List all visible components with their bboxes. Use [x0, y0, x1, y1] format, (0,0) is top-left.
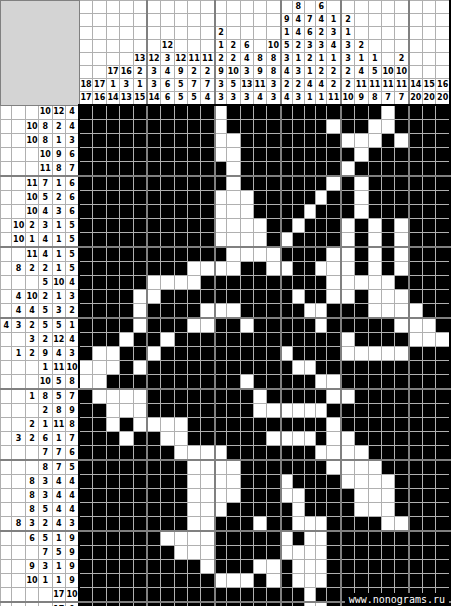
nonogram-cell-r1-c1[interactable] — [79, 105, 93, 120]
nonogram-cell-r10-c23[interactable] — [368, 233, 381, 248]
nonogram-cell-r19-c28[interactable] — [436, 361, 450, 375]
nonogram-cell-r22-c5[interactable] — [133, 404, 147, 418]
nonogram-cell-r17-c12[interactable] — [227, 333, 240, 347]
nonogram-cell-r4-c11[interactable] — [215, 148, 227, 162]
nonogram-cell-r21-c9[interactable] — [187, 389, 200, 404]
nonogram-cell-r19-c13[interactable] — [240, 361, 253, 375]
nonogram-cell-r4-c24[interactable] — [381, 148, 394, 162]
nonogram-cell-r4-c15[interactable] — [267, 148, 281, 162]
nonogram-cell-r23-c18[interactable] — [304, 418, 315, 432]
nonogram-cell-r9-c2[interactable] — [93, 219, 106, 233]
nonogram-cell-r7-c11[interactable] — [215, 191, 227, 205]
nonogram-cell-r12-c1[interactable] — [79, 262, 93, 276]
nonogram-cell-r30-c18[interactable] — [304, 517, 315, 532]
nonogram-cell-r9-c7[interactable] — [161, 219, 174, 233]
nonogram-cell-r27-c26[interactable] — [409, 475, 423, 489]
nonogram-cell-r18-c27[interactable] — [422, 347, 435, 361]
nonogram-cell-r19-c23[interactable] — [368, 361, 381, 375]
nonogram-cell-r23-c15[interactable] — [267, 418, 281, 432]
nonogram-cell-r12-c18[interactable] — [304, 262, 315, 276]
nonogram-cell-r18-c25[interactable] — [395, 347, 409, 361]
nonogram-cell-r13-c22[interactable] — [355, 276, 368, 290]
nonogram-cell-r16-c2[interactable] — [93, 318, 106, 333]
nonogram-cell-r23-c24[interactable] — [381, 418, 394, 432]
nonogram-cell-r13-c1[interactable] — [79, 276, 93, 290]
nonogram-cell-r8-c23[interactable] — [368, 205, 381, 219]
nonogram-cell-r34-c8[interactable] — [174, 574, 187, 588]
nonogram-cell-r27-c23[interactable] — [368, 475, 381, 489]
nonogram-cell-r8-c18[interactable] — [304, 205, 315, 219]
nonogram-cell-r1-c26[interactable] — [409, 105, 423, 120]
nonogram-cell-r22-c16[interactable] — [281, 404, 293, 418]
nonogram-cell-r31-c7[interactable] — [161, 531, 174, 546]
nonogram-cell-r33-c14[interactable] — [253, 560, 266, 574]
nonogram-cell-r9-c4[interactable] — [120, 219, 133, 233]
nonogram-cell-r29-c24[interactable] — [381, 503, 394, 517]
nonogram-cell-r24-c22[interactable] — [355, 432, 368, 446]
nonogram-cell-r23-c1[interactable] — [79, 418, 93, 432]
nonogram-cell-r2-c16[interactable] — [281, 120, 293, 134]
nonogram-cell-r13-c13[interactable] — [240, 276, 253, 290]
nonogram-cell-r16-c5[interactable] — [133, 318, 147, 333]
nonogram-cell-r22-c25[interactable] — [395, 404, 409, 418]
nonogram-cell-r17-c25[interactable] — [395, 333, 409, 347]
nonogram-cell-r28-c20[interactable] — [327, 489, 341, 503]
nonogram-cell-r6-c5[interactable] — [133, 176, 147, 191]
nonogram-cell-r3-c5[interactable] — [133, 134, 147, 148]
nonogram-cell-r4-c20[interactable] — [327, 148, 341, 162]
nonogram-cell-r10-c12[interactable] — [227, 233, 240, 248]
nonogram-cell-r29-c25[interactable] — [395, 503, 409, 517]
nonogram-cell-r34-c20[interactable] — [327, 574, 341, 588]
nonogram-cell-r36-c17[interactable] — [293, 602, 304, 606]
nonogram-cell-r28-c7[interactable] — [161, 489, 174, 503]
nonogram-cell-r34-c4[interactable] — [120, 574, 133, 588]
nonogram-cell-r20-c25[interactable] — [395, 375, 409, 390]
nonogram-cell-r20-c18[interactable] — [304, 375, 315, 390]
nonogram-cell-r21-c11[interactable] — [215, 389, 227, 404]
nonogram-cell-r29-c2[interactable] — [93, 503, 106, 517]
nonogram-cell-r10-c11[interactable] — [215, 233, 227, 248]
nonogram-cell-r15-c3[interactable] — [106, 304, 119, 319]
nonogram-cell-r33-c5[interactable] — [133, 560, 147, 574]
nonogram-cell-r10-c20[interactable] — [327, 233, 341, 248]
nonogram-cell-r26-c2[interactable] — [93, 460, 106, 475]
nonogram-cell-r35-c7[interactable] — [161, 588, 174, 603]
nonogram-cell-r17-c16[interactable] — [281, 333, 293, 347]
nonogram-cell-r4-c25[interactable] — [395, 148, 409, 162]
nonogram-cell-r11-c20[interactable] — [327, 247, 341, 262]
nonogram-cell-r21-c28[interactable] — [436, 389, 450, 404]
nonogram-cell-r6-c27[interactable] — [422, 176, 435, 191]
nonogram-cell-r6-c17[interactable] — [293, 176, 304, 191]
nonogram-cell-r23-c9[interactable] — [187, 418, 200, 432]
nonogram-cell-r28-c5[interactable] — [133, 489, 147, 503]
nonogram-cell-r6-c12[interactable] — [227, 176, 240, 191]
nonogram-cell-r4-c13[interactable] — [240, 148, 253, 162]
nonogram-cell-r36-c19[interactable] — [316, 602, 327, 606]
nonogram-cell-r33-c2[interactable] — [93, 560, 106, 574]
nonogram-cell-r3-c10[interactable] — [201, 134, 215, 148]
nonogram-cell-r19-c14[interactable] — [253, 361, 266, 375]
nonogram-cell-r25-c8[interactable] — [174, 446, 187, 461]
nonogram-cell-r2-c6[interactable] — [147, 120, 161, 134]
nonogram-cell-r3-c8[interactable] — [174, 134, 187, 148]
nonogram-cell-r27-c1[interactable] — [79, 475, 93, 489]
nonogram-cell-r17-c9[interactable] — [187, 333, 200, 347]
nonogram-cell-r2-c21[interactable] — [341, 120, 355, 134]
nonogram-cell-r3-c14[interactable] — [253, 134, 266, 148]
nonogram-cell-r2-c11[interactable] — [215, 120, 227, 134]
nonogram-cell-r19-c3[interactable] — [106, 361, 119, 375]
nonogram-cell-r10-c2[interactable] — [93, 233, 106, 248]
nonogram-cell-r16-c10[interactable] — [201, 318, 215, 333]
nonogram-cell-r10-c14[interactable] — [253, 233, 266, 248]
nonogram-cell-r28-c12[interactable] — [227, 489, 240, 503]
nonogram-cell-r15-c4[interactable] — [120, 304, 133, 319]
nonogram-cell-r30-c9[interactable] — [187, 517, 200, 532]
nonogram-cell-r30-c25[interactable] — [395, 517, 409, 532]
nonogram-cell-r32-c19[interactable] — [316, 546, 327, 560]
nonogram-cell-r8-c19[interactable] — [316, 205, 327, 219]
nonogram-cell-r36-c4[interactable] — [120, 602, 133, 606]
nonogram-cell-r4-c5[interactable] — [133, 148, 147, 162]
nonogram-cell-r24-c1[interactable] — [79, 432, 93, 446]
nonogram-cell-r24-c14[interactable] — [253, 432, 266, 446]
nonogram-cell-r6-c23[interactable] — [368, 176, 381, 191]
nonogram-cell-r20-c4[interactable] — [120, 375, 133, 390]
nonogram-cell-r4-c21[interactable] — [341, 148, 355, 162]
nonogram-cell-r26-c21[interactable] — [341, 460, 355, 475]
nonogram-cell-r11-c27[interactable] — [422, 247, 435, 262]
nonogram-cell-r32-c10[interactable] — [201, 546, 215, 560]
nonogram-cell-r8-c24[interactable] — [381, 205, 394, 219]
nonogram-cell-r24-c16[interactable] — [281, 432, 293, 446]
nonogram-cell-r32-c25[interactable] — [395, 546, 409, 560]
nonogram-cell-r23-c21[interactable] — [341, 418, 355, 432]
nonogram-cell-r22-c14[interactable] — [253, 404, 266, 418]
nonogram-cell-r26-c17[interactable] — [293, 460, 304, 475]
nonogram-cell-r5-c19[interactable] — [316, 162, 327, 177]
nonogram-cell-r5-c13[interactable] — [240, 162, 253, 177]
nonogram-cell-r20-c9[interactable] — [187, 375, 200, 390]
nonogram-cell-r9-c8[interactable] — [174, 219, 187, 233]
nonogram-cell-r13-c16[interactable] — [281, 276, 293, 290]
nonogram-cell-r9-c9[interactable] — [187, 219, 200, 233]
nonogram-cell-r2-c7[interactable] — [161, 120, 174, 134]
nonogram-cell-r20-c19[interactable] — [316, 375, 327, 390]
nonogram-cell-r29-c22[interactable] — [355, 503, 368, 517]
nonogram-cell-r8-c12[interactable] — [227, 205, 240, 219]
nonogram-cell-r18-c12[interactable] — [227, 347, 240, 361]
nonogram-cell-r25-c22[interactable] — [355, 446, 368, 461]
nonogram-cell-r28-c17[interactable] — [293, 489, 304, 503]
nonogram-cell-r30-c12[interactable] — [227, 517, 240, 532]
nonogram-cell-r9-c23[interactable] — [368, 219, 381, 233]
nonogram-cell-r21-c21[interactable] — [341, 389, 355, 404]
nonogram-cell-r12-c14[interactable] — [253, 262, 266, 276]
nonogram-cell-r23-c27[interactable] — [422, 418, 435, 432]
nonogram-cell-r25-c13[interactable] — [240, 446, 253, 461]
nonogram-cell-r34-c16[interactable] — [281, 574, 293, 588]
nonogram-cell-r31-c8[interactable] — [174, 531, 187, 546]
nonogram-cell-r16-c11[interactable] — [215, 318, 227, 333]
nonogram-cell-r17-c8[interactable] — [174, 333, 187, 347]
nonogram-cell-r33-c7[interactable] — [161, 560, 174, 574]
nonogram-cell-r15-c6[interactable] — [147, 304, 161, 319]
nonogram-cell-r19-c11[interactable] — [215, 361, 227, 375]
nonogram-cell-r17-c6[interactable] — [147, 333, 161, 347]
nonogram-cell-r32-c26[interactable] — [409, 546, 423, 560]
nonogram-cell-r23-c17[interactable] — [293, 418, 304, 432]
nonogram-cell-r32-c3[interactable] — [106, 546, 119, 560]
nonogram-cell-r22-c3[interactable] — [106, 404, 119, 418]
nonogram-cell-r30-c6[interactable] — [147, 517, 161, 532]
nonogram-cell-r4-c1[interactable] — [79, 148, 93, 162]
nonogram-cell-r23-c26[interactable] — [409, 418, 423, 432]
nonogram-cell-r13-c2[interactable] — [93, 276, 106, 290]
nonogram-cell-r20-c22[interactable] — [355, 375, 368, 390]
nonogram-cell-r30-c7[interactable] — [161, 517, 174, 532]
nonogram-cell-r16-c6[interactable] — [147, 318, 161, 333]
nonogram-cell-r27-c7[interactable] — [161, 475, 174, 489]
nonogram-cell-r15-c9[interactable] — [187, 304, 200, 319]
nonogram-cell-r23-c12[interactable] — [227, 418, 240, 432]
nonogram-cell-r7-c22[interactable] — [355, 191, 368, 205]
nonogram-cell-r25-c11[interactable] — [215, 446, 227, 461]
nonogram-cell-r24-c10[interactable] — [201, 432, 215, 446]
nonogram-cell-r12-c27[interactable] — [422, 262, 435, 276]
nonogram-cell-r26-c9[interactable] — [187, 460, 200, 475]
nonogram-cell-r20-c15[interactable] — [267, 375, 281, 390]
nonogram-cell-r12-c17[interactable] — [293, 262, 304, 276]
nonogram-cell-r34-c2[interactable] — [93, 574, 106, 588]
nonogram-cell-r15-c11[interactable] — [215, 304, 227, 319]
nonogram-cell-r5-c3[interactable] — [106, 162, 119, 177]
nonogram-cell-r3-c3[interactable] — [106, 134, 119, 148]
nonogram-cell-r19-c25[interactable] — [395, 361, 409, 375]
nonogram-cell-r15-c19[interactable] — [316, 304, 327, 319]
nonogram-cell-r14-c28[interactable] — [436, 290, 450, 304]
nonogram-cell-r12-c16[interactable] — [281, 262, 293, 276]
nonogram-cell-r25-c2[interactable] — [93, 446, 106, 461]
nonogram-cell-r23-c2[interactable] — [93, 418, 106, 432]
nonogram-cell-r19-c15[interactable] — [267, 361, 281, 375]
nonogram-cell-r14-c7[interactable] — [161, 290, 174, 304]
nonogram-cell-r32-c16[interactable] — [281, 546, 293, 560]
nonogram-cell-r31-c23[interactable] — [368, 531, 381, 546]
nonogram-cell-r11-c18[interactable] — [304, 247, 315, 262]
nonogram-cell-r13-c7[interactable] — [161, 276, 174, 290]
nonogram-cell-r22-c8[interactable] — [174, 404, 187, 418]
nonogram-cell-r14-c8[interactable] — [174, 290, 187, 304]
nonogram-cell-r22-c9[interactable] — [187, 404, 200, 418]
nonogram-cell-r12-c5[interactable] — [133, 262, 147, 276]
nonogram-cell-r6-c24[interactable] — [381, 176, 394, 191]
nonogram-cell-r29-c6[interactable] — [147, 503, 161, 517]
nonogram-cell-r22-c19[interactable] — [316, 404, 327, 418]
nonogram-cell-r22-c26[interactable] — [409, 404, 423, 418]
nonogram-cell-r14-c27[interactable] — [422, 290, 435, 304]
nonogram-cell-r17-c22[interactable] — [355, 333, 368, 347]
nonogram-cell-r32-c28[interactable] — [436, 546, 450, 560]
nonogram-cell-r28-c6[interactable] — [147, 489, 161, 503]
nonogram-cell-r28-c9[interactable] — [187, 489, 200, 503]
nonogram-cell-r2-c1[interactable] — [79, 120, 93, 134]
nonogram-cell-r22-c1[interactable] — [79, 404, 93, 418]
nonogram-cell-r17-c13[interactable] — [240, 333, 253, 347]
nonogram-cell-r14-c21[interactable] — [341, 290, 355, 304]
nonogram-cell-r7-c20[interactable] — [327, 191, 341, 205]
nonogram-cell-r22-c15[interactable] — [267, 404, 281, 418]
nonogram-cell-r9-c26[interactable] — [409, 219, 423, 233]
nonogram-cell-r18-c17[interactable] — [293, 347, 304, 361]
nonogram-cell-r23-c11[interactable] — [215, 418, 227, 432]
nonogram-cell-r18-c10[interactable] — [201, 347, 215, 361]
nonogram-cell-r14-c9[interactable] — [187, 290, 200, 304]
nonogram-cell-r31-c16[interactable] — [281, 531, 293, 546]
nonogram-cell-r17-c4[interactable] — [120, 333, 133, 347]
nonogram-cell-r16-c18[interactable] — [304, 318, 315, 333]
nonogram-cell-r3-c13[interactable] — [240, 134, 253, 148]
nonogram-cell-r10-c19[interactable] — [316, 233, 327, 248]
nonogram-cell-r27-c19[interactable] — [316, 475, 327, 489]
nonogram-cell-r33-c27[interactable] — [422, 560, 435, 574]
nonogram-cell-r6-c13[interactable] — [240, 176, 253, 191]
nonogram-cell-r3-c2[interactable] — [93, 134, 106, 148]
nonogram-cell-r32-c6[interactable] — [147, 546, 161, 560]
nonogram-cell-r8-c4[interactable] — [120, 205, 133, 219]
nonogram-cell-r35-c14[interactable] — [253, 588, 266, 603]
nonogram-cell-r7-c6[interactable] — [147, 191, 161, 205]
nonogram-cell-r31-c13[interactable] — [240, 531, 253, 546]
nonogram-cell-r3-c26[interactable] — [409, 134, 423, 148]
nonogram-cell-r24-c4[interactable] — [120, 432, 133, 446]
nonogram-cell-r6-c3[interactable] — [106, 176, 119, 191]
nonogram-cell-r22-c20[interactable] — [327, 404, 341, 418]
nonogram-cell-r31-c21[interactable] — [341, 531, 355, 546]
nonogram-cell-r10-c26[interactable] — [409, 233, 423, 248]
nonogram-cell-r29-c14[interactable] — [253, 503, 266, 517]
nonogram-cell-r17-c2[interactable] — [93, 333, 106, 347]
nonogram-cell-r20-c5[interactable] — [133, 375, 147, 390]
nonogram-cell-r3-c28[interactable] — [436, 134, 450, 148]
nonogram-cell-r21-c16[interactable] — [281, 389, 293, 404]
nonogram-cell-r4-c16[interactable] — [281, 148, 293, 162]
nonogram-cell-r20-c17[interactable] — [293, 375, 304, 390]
nonogram-cell-r11-c6[interactable] — [147, 247, 161, 262]
nonogram-cell-r7-c2[interactable] — [93, 191, 106, 205]
nonogram-cell-r27-c2[interactable] — [93, 475, 106, 489]
nonogram-cell-r13-c20[interactable] — [327, 276, 341, 290]
nonogram-cell-r13-c11[interactable] — [215, 276, 227, 290]
nonogram-cell-r34-c12[interactable] — [227, 574, 240, 588]
nonogram-cell-r16-c15[interactable] — [267, 318, 281, 333]
nonogram-cell-r8-c6[interactable] — [147, 205, 161, 219]
nonogram-cell-r31-c6[interactable] — [147, 531, 161, 546]
nonogram-cell-r22-c24[interactable] — [381, 404, 394, 418]
nonogram-cell-r10-c27[interactable] — [422, 233, 435, 248]
nonogram-cell-r34-c25[interactable] — [395, 574, 409, 588]
nonogram-cell-r13-c4[interactable] — [120, 276, 133, 290]
nonogram-cell-r21-c5[interactable] — [133, 389, 147, 404]
nonogram-cell-r11-c14[interactable] — [253, 247, 266, 262]
nonogram-cell-r36-c12[interactable] — [227, 602, 240, 606]
nonogram-cell-r19-c26[interactable] — [409, 361, 423, 375]
nonogram-cell-r9-c13[interactable] — [240, 219, 253, 233]
nonogram-cell-r28-c26[interactable] — [409, 489, 423, 503]
nonogram-cell-r10-c25[interactable] — [395, 233, 409, 248]
nonogram-cell-r5-c10[interactable] — [201, 162, 215, 177]
nonogram-cell-r6-c2[interactable] — [93, 176, 106, 191]
nonogram-cell-r8-c8[interactable] — [174, 205, 187, 219]
nonogram-cell-r16-c23[interactable] — [368, 318, 381, 333]
nonogram-cell-r9-c14[interactable] — [253, 219, 266, 233]
nonogram-cell-r7-c12[interactable] — [227, 191, 240, 205]
nonogram-cell-r4-c3[interactable] — [106, 148, 119, 162]
nonogram-cell-r11-c10[interactable] — [201, 247, 215, 262]
nonogram-cell-r34-c28[interactable] — [436, 574, 450, 588]
nonogram-cell-r11-c13[interactable] — [240, 247, 253, 262]
nonogram-cell-r20-c11[interactable] — [215, 375, 227, 390]
nonogram-cell-r6-c26[interactable] — [409, 176, 423, 191]
nonogram-cell-r14-c23[interactable] — [368, 290, 381, 304]
nonogram-cell-r6-c22[interactable] — [355, 176, 368, 191]
nonogram-cell-r24-c8[interactable] — [174, 432, 187, 446]
nonogram-cell-r21-c23[interactable] — [368, 389, 381, 404]
nonogram-cell-r8-c20[interactable] — [327, 205, 341, 219]
nonogram-cell-r2-c27[interactable] — [422, 120, 435, 134]
nonogram-cell-r7-c17[interactable] — [293, 191, 304, 205]
nonogram-cell-r34-c21[interactable] — [341, 574, 355, 588]
nonogram-cell-r23-c10[interactable] — [201, 418, 215, 432]
nonogram-cell-r15-c7[interactable] — [161, 304, 174, 319]
nonogram-cell-r9-c27[interactable] — [422, 219, 435, 233]
nonogram-cell-r32-c21[interactable] — [341, 546, 355, 560]
nonogram-cell-r12-c21[interactable] — [341, 262, 355, 276]
nonogram-cell-r27-c18[interactable] — [304, 475, 315, 489]
nonogram-cell-r16-c22[interactable] — [355, 318, 368, 333]
nonogram-cell-r18-c2[interactable] — [93, 347, 106, 361]
nonogram-cell-r14-c22[interactable] — [355, 290, 368, 304]
nonogram-cell-r22-c7[interactable] — [161, 404, 174, 418]
nonogram-cell-r2-c5[interactable] — [133, 120, 147, 134]
nonogram-cell-r26-c26[interactable] — [409, 460, 423, 475]
nonogram-cell-r24-c21[interactable] — [341, 432, 355, 446]
nonogram-cell-r30-c14[interactable] — [253, 517, 266, 532]
nonogram-cell-r36-c6[interactable] — [147, 602, 161, 606]
nonogram-cell-r4-c7[interactable] — [161, 148, 174, 162]
nonogram-cell-r28-c10[interactable] — [201, 489, 215, 503]
nonogram-cell-r9-c17[interactable] — [293, 219, 304, 233]
nonogram-cell-r26-c28[interactable] — [436, 460, 450, 475]
nonogram-cell-r32-c1[interactable] — [79, 546, 93, 560]
nonogram-cell-r7-c3[interactable] — [106, 191, 119, 205]
nonogram-cell-r18-c18[interactable] — [304, 347, 315, 361]
nonogram-cell-r25-c7[interactable] — [161, 446, 174, 461]
nonogram-cell-r29-c20[interactable] — [327, 503, 341, 517]
nonogram-cell-r13-c14[interactable] — [253, 276, 266, 290]
nonogram-cell-r18-c15[interactable] — [267, 347, 281, 361]
nonogram-cell-r36-c7[interactable] — [161, 602, 174, 606]
nonogram-cell-r35-c9[interactable] — [187, 588, 200, 603]
nonogram-cell-r14-c20[interactable] — [327, 290, 341, 304]
nonogram-cell-r33-c11[interactable] — [215, 560, 227, 574]
nonogram-cell-r5-c11[interactable] — [215, 162, 227, 177]
nonogram-cell-r30-c23[interactable] — [368, 517, 381, 532]
nonogram-cell-r8-c21[interactable] — [341, 205, 355, 219]
nonogram-cell-r29-c11[interactable] — [215, 503, 227, 517]
